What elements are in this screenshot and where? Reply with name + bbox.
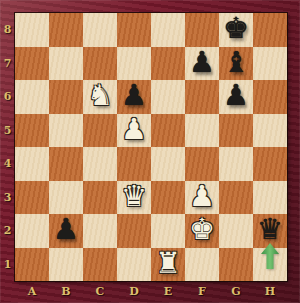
square-d8[interactable] — [117, 13, 151, 47]
square-f4[interactable] — [185, 147, 219, 181]
file-label-b: B — [49, 281, 83, 301]
square-a3[interactable] — [15, 181, 49, 215]
chess-board[interactable]: ♚♟♝♞♟♟♟♛♟♟♚♛♜ — [15, 13, 287, 281]
rank-label-6: 6 — [0, 80, 15, 114]
black-pawn-piece: ♟ — [53, 215, 79, 244]
square-g6[interactable]: ♟ — [219, 80, 253, 114]
square-h4[interactable] — [253, 147, 287, 181]
square-f1[interactable] — [185, 248, 219, 282]
square-b8[interactable] — [49, 13, 83, 47]
square-a7[interactable] — [15, 47, 49, 81]
file-label-c: C — [83, 281, 117, 301]
square-f6[interactable] — [185, 80, 219, 114]
square-d2[interactable] — [117, 214, 151, 248]
square-c1[interactable] — [83, 248, 117, 282]
square-e1[interactable]: ♜ — [151, 248, 185, 282]
square-c3[interactable] — [83, 181, 117, 215]
square-b3[interactable] — [49, 181, 83, 215]
chess-board-frame: 87654321 ♚♟♝♞♟♟♟♛♟♟♚♛♜ ABCDEFGH — [0, 0, 300, 303]
square-g4[interactable] — [219, 147, 253, 181]
square-e2[interactable] — [151, 214, 185, 248]
rank-label-2: 2 — [0, 214, 15, 248]
square-f5[interactable] — [185, 114, 219, 148]
square-a5[interactable] — [15, 114, 49, 148]
square-g2[interactable] — [219, 214, 253, 248]
square-a4[interactable] — [15, 147, 49, 181]
square-c6[interactable]: ♞ — [83, 80, 117, 114]
white-pawn-piece: ♟ — [189, 182, 215, 211]
square-a8[interactable] — [15, 13, 49, 47]
black-bishop-piece: ♝ — [223, 48, 249, 77]
square-c7[interactable] — [83, 47, 117, 81]
square-h1[interactable] — [253, 248, 287, 282]
square-e8[interactable] — [151, 13, 185, 47]
square-h6[interactable] — [253, 80, 287, 114]
square-f3[interactable]: ♟ — [185, 181, 219, 215]
white-rook-piece: ♜ — [155, 249, 181, 278]
rank-labels: 87654321 — [0, 13, 15, 281]
square-g8[interactable]: ♚ — [219, 13, 253, 47]
square-b2[interactable]: ♟ — [49, 214, 83, 248]
file-labels: ABCDEFGH — [15, 281, 287, 301]
square-h5[interactable] — [253, 114, 287, 148]
square-h3[interactable] — [253, 181, 287, 215]
square-g7[interactable]: ♝ — [219, 47, 253, 81]
square-f8[interactable] — [185, 13, 219, 47]
rank-label-7: 7 — [0, 47, 15, 81]
square-d1[interactable] — [117, 248, 151, 282]
square-e4[interactable] — [151, 147, 185, 181]
square-b1[interactable] — [49, 248, 83, 282]
square-d5[interactable]: ♟ — [117, 114, 151, 148]
square-c5[interactable] — [83, 114, 117, 148]
white-king-piece: ♚ — [189, 215, 215, 244]
white-pawn-piece: ♟ — [121, 115, 147, 144]
rank-label-4: 4 — [0, 147, 15, 181]
rank-label-1: 1 — [0, 248, 15, 282]
square-f7[interactable]: ♟ — [185, 47, 219, 81]
file-label-f: F — [185, 281, 219, 301]
square-e5[interactable] — [151, 114, 185, 148]
square-c8[interactable] — [83, 13, 117, 47]
square-b5[interactable] — [49, 114, 83, 148]
square-a2[interactable] — [15, 214, 49, 248]
square-h2[interactable]: ♛ — [253, 214, 287, 248]
white-queen-piece: ♛ — [121, 182, 147, 211]
file-label-g: G — [219, 281, 253, 301]
square-h8[interactable] — [253, 13, 287, 47]
square-c4[interactable] — [83, 147, 117, 181]
square-e3[interactable] — [151, 181, 185, 215]
rank-label-3: 3 — [0, 181, 15, 215]
square-d4[interactable] — [117, 147, 151, 181]
rank-label-8: 8 — [0, 13, 15, 47]
square-h7[interactable] — [253, 47, 287, 81]
square-d7[interactable] — [117, 47, 151, 81]
square-e7[interactable] — [151, 47, 185, 81]
square-f2[interactable]: ♚ — [185, 214, 219, 248]
square-d6[interactable]: ♟ — [117, 80, 151, 114]
black-queen-piece: ♛ — [257, 215, 283, 244]
file-label-e: E — [151, 281, 185, 301]
square-b6[interactable] — [49, 80, 83, 114]
black-king-piece: ♚ — [223, 14, 249, 43]
square-g5[interactable] — [219, 114, 253, 148]
square-c2[interactable] — [83, 214, 117, 248]
square-d3[interactable]: ♛ — [117, 181, 151, 215]
file-label-h: H — [253, 281, 287, 301]
square-g3[interactable] — [219, 181, 253, 215]
white-knight-piece: ♞ — [87, 81, 113, 110]
black-pawn-piece: ♟ — [121, 81, 147, 110]
file-label-a: A — [15, 281, 49, 301]
square-b4[interactable] — [49, 147, 83, 181]
square-e6[interactable] — [151, 80, 185, 114]
file-label-d: D — [117, 281, 151, 301]
square-a6[interactable] — [15, 80, 49, 114]
black-pawn-piece: ♟ — [189, 48, 215, 77]
black-pawn-piece: ♟ — [223, 81, 249, 110]
rank-label-5: 5 — [0, 114, 15, 148]
square-a1[interactable] — [15, 248, 49, 282]
square-b7[interactable] — [49, 47, 83, 81]
square-g1[interactable] — [219, 248, 253, 282]
